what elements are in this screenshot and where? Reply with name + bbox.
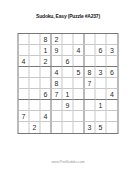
- cell-r9c7: 3: [85, 122, 96, 133]
- cell-r8c1: 7: [19, 111, 30, 122]
- sudoku-grid: 8219463426458368767149174235: [18, 33, 119, 134]
- cell-r7c6: [74, 100, 85, 111]
- cell-r7c8: 1: [96, 100, 107, 111]
- cell-r8c7: [85, 111, 96, 122]
- cell-r7c9: [107, 100, 118, 111]
- cell-r4c1: [19, 67, 30, 78]
- cell-r3c9: [107, 56, 118, 67]
- cell-r7c1: [19, 100, 30, 111]
- cell-r3c5: 6: [63, 56, 74, 67]
- cell-r8c6: [74, 111, 85, 122]
- cell-r6c3: 6: [41, 89, 52, 100]
- cell-r7c4: [52, 100, 63, 111]
- cell-r8c9: [107, 111, 118, 122]
- cell-r4c8: 3: [96, 67, 107, 78]
- cell-r2c4: 9: [52, 45, 63, 56]
- cell-r2c9: 3: [107, 45, 118, 56]
- cell-r4c6: 5: [74, 67, 85, 78]
- cell-r6c7: [85, 89, 96, 100]
- cell-r5c8: [96, 78, 107, 89]
- cell-r3c2: [30, 56, 41, 67]
- footer-url: www.PrintSudoku.com: [0, 160, 136, 164]
- cell-r3c6: [74, 56, 85, 67]
- cell-r6c5: 1: [63, 89, 74, 100]
- cell-r2c1: [19, 45, 30, 56]
- cell-r9c6: [74, 122, 85, 133]
- cell-r4c3: [41, 67, 52, 78]
- cell-r5c5: [63, 78, 74, 89]
- cell-r7c5: 9: [63, 100, 74, 111]
- cell-r5c7: 7: [85, 78, 96, 89]
- cell-r3c8: [96, 56, 107, 67]
- cell-r1c8: [96, 34, 107, 45]
- cell-r7c2: [30, 100, 41, 111]
- cell-r2c7: [85, 45, 96, 56]
- cell-r5c2: [30, 78, 41, 89]
- cell-r3c3: 2: [41, 56, 52, 67]
- cell-r6c2: [30, 89, 41, 100]
- cell-r9c3: [41, 122, 52, 133]
- cell-r4c2: [30, 67, 41, 78]
- cell-r3c1: 4: [19, 56, 30, 67]
- cell-r7c7: [85, 100, 96, 111]
- cell-r1c4: 2: [52, 34, 63, 45]
- cell-r5c6: [74, 78, 85, 89]
- cell-r5c1: [19, 78, 30, 89]
- cell-r6c4: 7: [52, 89, 63, 100]
- cell-r4c5: [63, 67, 74, 78]
- cell-r1c2: [30, 34, 41, 45]
- cell-r2c6: 4: [74, 45, 85, 56]
- cell-r4c9: 6: [107, 67, 118, 78]
- cell-r6c9: 4: [107, 89, 118, 100]
- cell-r1c1: [19, 34, 30, 45]
- cell-r4c4: 4: [52, 67, 63, 78]
- puzzle-title: Sudoku, Easy (Puzzle #A237): [0, 13, 136, 19]
- cell-r6c8: [96, 89, 107, 100]
- cell-r9c5: [63, 122, 74, 133]
- cell-r1c6: [74, 34, 85, 45]
- cell-r6c6: [74, 89, 85, 100]
- cell-r9c2: 2: [30, 122, 41, 133]
- cell-r4c7: 8: [85, 67, 96, 78]
- cell-r2c5: [63, 45, 74, 56]
- cell-r9c4: [52, 122, 63, 133]
- cell-r9c8: 5: [96, 122, 107, 133]
- cell-r1c5: [63, 34, 74, 45]
- cell-r8c8: [96, 111, 107, 122]
- cell-r9c9: [107, 122, 118, 133]
- cell-r7c3: [41, 100, 52, 111]
- cell-r1c7: [85, 34, 96, 45]
- cell-r8c4: [52, 111, 63, 122]
- cell-r2c3: 1: [41, 45, 52, 56]
- printable-sudoku-page: Sudoku, Easy (Puzzle #A237) 821946342645…: [0, 0, 136, 176]
- cell-r3c7: [85, 56, 96, 67]
- cell-r2c8: 6: [96, 45, 107, 56]
- cell-r6c1: [19, 89, 30, 100]
- cell-r5c4: 8: [52, 78, 63, 89]
- cell-r9c1: [19, 122, 30, 133]
- cell-r2c2: [30, 45, 41, 56]
- cell-r8c3: 4: [41, 111, 52, 122]
- cell-r8c2: [30, 111, 41, 122]
- cell-r1c3: 8: [41, 34, 52, 45]
- cell-r5c3: [41, 78, 52, 89]
- cell-r5c9: [107, 78, 118, 89]
- cell-r1c9: [107, 34, 118, 45]
- cell-r8c5: [63, 111, 74, 122]
- cell-r3c4: [52, 56, 63, 67]
